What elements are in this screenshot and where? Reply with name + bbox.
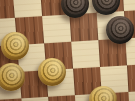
checker-piece-light-light-2[interactable] (0, 63, 25, 91)
checkers-photo-scene (0, 0, 135, 101)
checker-piece-dark-dark-3[interactable] (106, 16, 134, 44)
checker-piece-dark-dark-2[interactable] (92, 0, 120, 15)
pieces-layer (0, 0, 135, 101)
checker-piece-light-light-4[interactable] (89, 86, 117, 101)
checker-piece-light-light-1[interactable] (1, 32, 29, 60)
checker-piece-light-light-3[interactable] (38, 58, 66, 86)
checker-piece-dark-dark-1[interactable] (61, 0, 89, 18)
